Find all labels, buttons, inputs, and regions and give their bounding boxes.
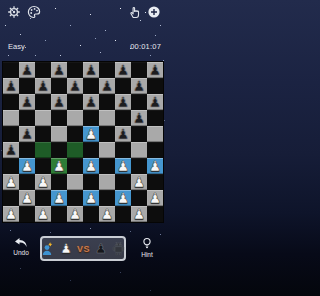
- cell-0,8: [131, 62, 147, 78]
- black-pawn: ♟: [37, 78, 50, 94]
- white-pawn: ♟: [5, 174, 18, 190]
- cell-6,6: [99, 158, 115, 174]
- cell-8,9[interactable]: ♟: [147, 190, 163, 206]
- cell-4,4: [67, 126, 83, 142]
- android-robot-icon: [112, 241, 125, 256]
- palette-icon: [27, 5, 41, 19]
- white-pawn: ♟: [85, 126, 98, 142]
- cell-3,2[interactable]: [35, 110, 51, 126]
- cell-2,4: [67, 94, 83, 110]
- white-pawn: ♟: [37, 206, 50, 222]
- black-pawn: ♟: [5, 78, 18, 94]
- gear-icon: [7, 5, 21, 19]
- cell-5,2[interactable]: [35, 142, 51, 158]
- cell-2,2: [35, 94, 51, 110]
- cell-0,7[interactable]: ♟: [115, 62, 131, 78]
- cell-2,5[interactable]: ♟: [83, 94, 99, 110]
- cell-2,7[interactable]: ♟: [115, 94, 131, 110]
- cell-3,1: [19, 110, 35, 126]
- cell-4,9[interactable]: [147, 126, 163, 142]
- difficulty-label: Easy: [8, 42, 25, 51]
- undo-label: Undo: [13, 249, 29, 256]
- black-pawn: ♟: [85, 62, 98, 78]
- cell-8,2: [35, 190, 51, 206]
- cell-0,6: [99, 62, 115, 78]
- black-pawn: ♟: [53, 62, 66, 78]
- cell-7,3: [51, 174, 67, 190]
- cell-1,2[interactable]: ♟: [35, 78, 51, 94]
- white-pawn: ♟: [5, 206, 18, 222]
- cell-5,6[interactable]: [99, 142, 115, 158]
- white-pawn-icon: ♟: [60, 242, 72, 255]
- lightbulb-icon: [141, 237, 153, 250]
- cell-9,6[interactable]: ♟: [99, 206, 115, 222]
- black-pawn: ♟: [133, 78, 146, 94]
- cell-0,9[interactable]: ♟: [147, 62, 163, 78]
- white-pawn: ♟: [85, 190, 98, 206]
- cell-3,5: [83, 110, 99, 126]
- starfield-dim: [0, 0, 1, 1]
- black-pawn-icon: ♟: [95, 242, 107, 255]
- cell-3,3: [51, 110, 67, 126]
- cell-2,6: [99, 94, 115, 110]
- vs-label: VS: [77, 244, 90, 254]
- cell-4,8: [131, 126, 147, 142]
- cell-0,5[interactable]: ♟: [83, 62, 99, 78]
- black-pawn: ♟: [69, 78, 82, 94]
- black-pawn: ♟: [53, 94, 66, 110]
- white-pawn: ♟: [53, 158, 66, 174]
- cell-1,6[interactable]: ♟: [99, 78, 115, 94]
- white-pawn: ♟: [117, 158, 130, 174]
- cell-6,7[interactable]: ♟: [115, 158, 131, 174]
- board: ♟♟♟♟♟♟♟♟♟♟♟♟♟♟♟♟♟♟♟♟♟♟♟♟♟♟♟♟♟♟♟♟♟♟♟♟♟♟: [3, 62, 163, 222]
- cell-3,4[interactable]: [67, 110, 83, 126]
- cell-3,9: [147, 110, 163, 126]
- white-pawn: ♟: [37, 174, 50, 190]
- cell-1,9: [147, 78, 163, 94]
- cell-8,0: [3, 190, 19, 206]
- cell-2,9[interactable]: ♟: [147, 94, 163, 110]
- cell-4,3[interactable]: [51, 126, 67, 142]
- white-pawn: ♟: [53, 190, 66, 206]
- cell-7,8[interactable]: ♟: [131, 174, 147, 190]
- cell-5,0[interactable]: ♟: [3, 142, 19, 158]
- white-pawn: ♟: [149, 158, 162, 174]
- plus-circle-icon: [147, 5, 161, 19]
- cell-9,2[interactable]: ♟: [35, 206, 51, 222]
- white-pawn: ♟: [149, 190, 162, 206]
- cell-6,4: [67, 158, 83, 174]
- cell-8,4: [67, 190, 83, 206]
- cell-5,8[interactable]: [131, 142, 147, 158]
- cell-1,4[interactable]: ♟: [67, 78, 83, 94]
- black-pawn: ♟: [133, 110, 146, 126]
- cell-1,7: [115, 78, 131, 94]
- cell-6,2: [35, 158, 51, 174]
- cell-3,8[interactable]: ♟: [131, 110, 147, 126]
- cell-4,2: [35, 126, 51, 142]
- cell-5,4[interactable]: [67, 142, 83, 158]
- cell-7,7: [115, 174, 131, 190]
- cell-8,7[interactable]: ♟: [115, 190, 131, 206]
- cell-0,0: [3, 62, 19, 78]
- cell-2,8: [131, 94, 147, 110]
- cell-9,4[interactable]: ♟: [67, 206, 83, 222]
- white-pawn: ♟: [117, 190, 130, 206]
- cell-1,8[interactable]: ♟: [131, 78, 147, 94]
- white-pawn: ♟: [101, 206, 114, 222]
- black-pawn: ♟: [85, 94, 98, 110]
- cell-6,3[interactable]: ♟: [51, 158, 67, 174]
- cell-9,1: [19, 206, 35, 222]
- cell-1,5: [83, 78, 99, 94]
- cell-7,1: [19, 174, 35, 190]
- cell-7,9: [147, 174, 163, 190]
- game-timer: 00:01:07: [130, 42, 161, 51]
- hint-button[interactable]: Hint: [132, 237, 162, 258]
- cell-6,0: [3, 158, 19, 174]
- black-pawn: ♟: [117, 126, 130, 142]
- cell-5,9: [147, 142, 163, 158]
- cell-7,2[interactable]: ♟: [35, 174, 51, 190]
- cell-0,2: [35, 62, 51, 78]
- players-panel[interactable]: ♟ VS ♟: [40, 236, 126, 261]
- cell-9,0[interactable]: ♟: [3, 206, 19, 222]
- top-bar: [0, 4, 166, 22]
- cell-6,1[interactable]: ♟: [19, 158, 35, 174]
- undo-arrow-icon: [13, 237, 29, 248]
- cell-5,5: [83, 142, 99, 158]
- cell-2,0: [3, 94, 19, 110]
- cell-5,3: [51, 142, 67, 158]
- white-pawn: ♟: [21, 190, 34, 206]
- cell-9,7: [115, 206, 131, 222]
- cell-9,9: [147, 206, 163, 222]
- cell-1,1: [19, 78, 35, 94]
- cell-9,8[interactable]: ♟: [131, 206, 147, 222]
- cell-4,0: [3, 126, 19, 142]
- black-pawn: ♟: [101, 78, 114, 94]
- cell-7,6[interactable]: [99, 174, 115, 190]
- cell-4,1[interactable]: ♟: [19, 126, 35, 142]
- cell-7,0[interactable]: ♟: [3, 174, 19, 190]
- white-pawn: ♟: [133, 206, 146, 222]
- cell-6,9[interactable]: ♟: [147, 158, 163, 174]
- human-player-icon: [41, 241, 55, 256]
- hand-mode-button[interactable]: [128, 5, 141, 19]
- black-pawn: ♟: [21, 62, 34, 78]
- cell-4,7[interactable]: ♟: [115, 126, 131, 142]
- black-pawn: ♟: [117, 94, 130, 110]
- cell-3,7: [115, 110, 131, 126]
- cell-1,3: [51, 78, 67, 94]
- cell-3,6[interactable]: [99, 110, 115, 126]
- settings-button[interactable]: [7, 5, 21, 19]
- black-pawn: ♟: [5, 142, 18, 158]
- hand-icon: [128, 5, 141, 19]
- cell-4,6: [99, 126, 115, 142]
- theme-button[interactable]: [27, 5, 41, 19]
- cell-7,4[interactable]: [67, 174, 83, 190]
- black-pawn: ♟: [21, 94, 34, 110]
- cell-8,5[interactable]: ♟: [83, 190, 99, 206]
- cell-0,3[interactable]: ♟: [51, 62, 67, 78]
- cell-1,0[interactable]: ♟: [3, 78, 19, 94]
- cell-0,4: [67, 62, 83, 78]
- cell-7,5: [83, 174, 99, 190]
- cell-6,5[interactable]: ♟: [83, 158, 99, 174]
- cell-6,8: [131, 158, 147, 174]
- cell-2,3[interactable]: ♟: [51, 94, 67, 110]
- cell-4,5[interactable]: ♟: [83, 126, 99, 142]
- undo-button[interactable]: Undo: [6, 237, 36, 256]
- new-game-button[interactable]: [147, 5, 161, 19]
- status-row: Easy 00:01:07: [0, 41, 166, 53]
- white-pawn: ♟: [85, 158, 98, 174]
- cell-3,0[interactable]: [3, 110, 19, 126]
- bottom-bar: Undo ♟ VS ♟: [0, 234, 166, 264]
- cell-8,8: [131, 190, 147, 206]
- black-pawn: ♟: [21, 126, 34, 142]
- black-pawn: ♟: [149, 94, 162, 110]
- cell-8,1[interactable]: ♟: [19, 190, 35, 206]
- black-pawn: ♟: [149, 62, 162, 78]
- white-pawn: ♟: [21, 158, 34, 174]
- white-pawn: ♟: [69, 206, 82, 222]
- cell-8,3[interactable]: ♟: [51, 190, 67, 206]
- cell-5,7: [115, 142, 131, 158]
- cell-8,6: [99, 190, 115, 206]
- cell-5,1: [19, 142, 35, 158]
- cell-2,1[interactable]: ♟: [19, 94, 35, 110]
- cell-9,3: [51, 206, 67, 222]
- cell-0,1[interactable]: ♟: [19, 62, 35, 78]
- white-pawn: ♟: [133, 174, 146, 190]
- cell-9,5: [83, 206, 99, 222]
- hint-label: Hint: [141, 251, 153, 258]
- black-pawn: ♟: [117, 62, 130, 78]
